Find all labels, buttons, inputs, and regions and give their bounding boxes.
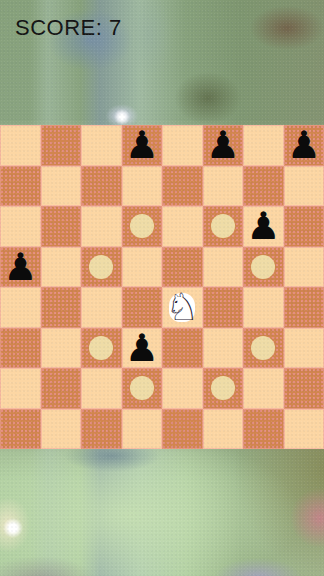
square-e7[interactable] [162,166,203,207]
square-h1[interactable] [284,409,324,450]
square-a7[interactable] [0,166,41,207]
square-c1[interactable] [81,409,122,450]
black-pawn[interactable]: ♟ [125,126,159,164]
move-hint-dot[interactable] [130,376,154,400]
square-f6[interactable] [203,206,244,247]
square-g7[interactable] [243,166,284,207]
square-g5[interactable] [243,247,284,288]
square-d4[interactable] [122,287,163,328]
square-a4[interactable] [0,287,41,328]
square-c2[interactable] [81,368,122,409]
move-hint-dot[interactable] [89,336,113,360]
square-h5[interactable] [284,247,324,288]
square-e8[interactable] [162,125,203,166]
square-c3[interactable] [81,328,122,369]
square-c4[interactable] [81,287,122,328]
move-hint-dot[interactable] [251,336,275,360]
square-f4[interactable] [203,287,244,328]
square-e6[interactable] [162,206,203,247]
square-c6[interactable] [81,206,122,247]
square-e5[interactable] [162,247,203,288]
square-e2[interactable] [162,368,203,409]
square-a1[interactable] [0,409,41,450]
black-pawn[interactable]: ♟ [287,126,321,164]
square-h3[interactable] [284,328,324,369]
square-f7[interactable] [203,166,244,207]
square-f2[interactable] [203,368,244,409]
white-knight[interactable]: ♘ [165,288,199,326]
move-hint-dot[interactable] [251,255,275,279]
square-a2[interactable] [0,368,41,409]
square-h6[interactable] [284,206,324,247]
square-e4[interactable]: ♘ [162,287,203,328]
square-c8[interactable] [81,125,122,166]
square-a6[interactable] [0,206,41,247]
square-g1[interactable] [243,409,284,450]
square-d5[interactable] [122,247,163,288]
square-e3[interactable] [162,328,203,369]
black-pawn[interactable]: ♟ [246,207,280,245]
chess-board: ♟♟♟♟♟♘♟ [0,125,324,449]
square-h2[interactable] [284,368,324,409]
square-c7[interactable] [81,166,122,207]
square-d7[interactable] [122,166,163,207]
square-a5[interactable]: ♟ [0,247,41,288]
square-f5[interactable] [203,247,244,288]
square-b1[interactable] [41,409,82,450]
square-e1[interactable] [162,409,203,450]
square-f3[interactable] [203,328,244,369]
square-d1[interactable] [122,409,163,450]
black-pawn[interactable]: ♟ [125,329,159,367]
square-g3[interactable] [243,328,284,369]
square-b3[interactable] [41,328,82,369]
square-g4[interactable] [243,287,284,328]
square-h4[interactable] [284,287,324,328]
square-b8[interactable] [41,125,82,166]
square-b2[interactable] [41,368,82,409]
square-b5[interactable] [41,247,82,288]
move-hint-dot[interactable] [130,214,154,238]
black-pawn[interactable]: ♟ [3,248,37,286]
square-d2[interactable] [122,368,163,409]
square-b7[interactable] [41,166,82,207]
square-a8[interactable] [0,125,41,166]
square-g6[interactable]: ♟ [243,206,284,247]
square-f8[interactable]: ♟ [203,125,244,166]
move-hint-dot[interactable] [211,214,235,238]
square-a3[interactable] [0,328,41,369]
square-d6[interactable] [122,206,163,247]
square-h8[interactable]: ♟ [284,125,324,166]
black-pawn[interactable]: ♟ [206,126,240,164]
app-screen: SCORE: 7 ♟♟♟♟♟♘♟ [0,0,324,576]
square-b6[interactable] [41,206,82,247]
move-hint-dot[interactable] [211,376,235,400]
square-b4[interactable] [41,287,82,328]
move-hint-dot[interactable] [89,255,113,279]
square-f1[interactable] [203,409,244,450]
square-g8[interactable] [243,125,284,166]
square-d3[interactable]: ♟ [122,328,163,369]
score-label: SCORE: 7 [15,15,122,41]
square-c5[interactable] [81,247,122,288]
square-d8[interactable]: ♟ [122,125,163,166]
square-h7[interactable] [284,166,324,207]
square-g2[interactable] [243,368,284,409]
